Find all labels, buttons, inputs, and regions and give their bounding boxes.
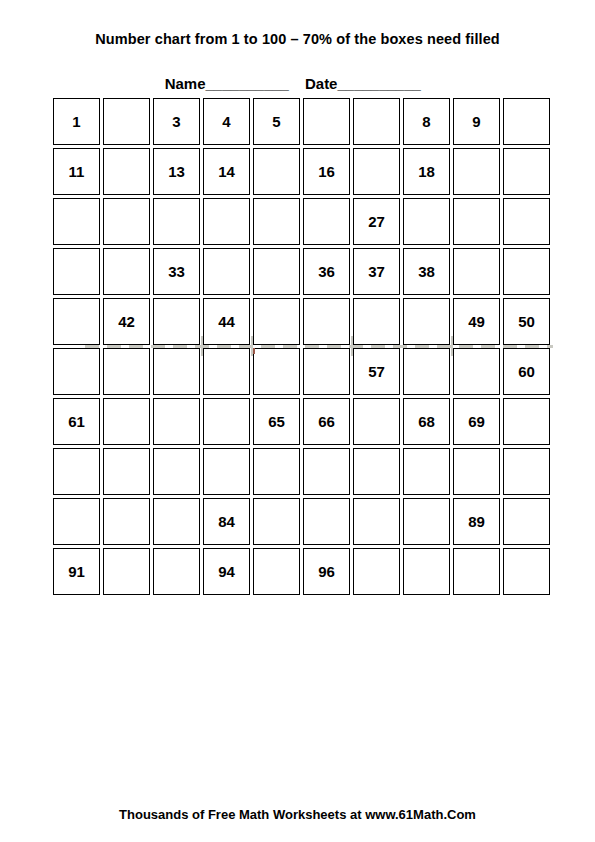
grid-cell-r5c2: 42 — [103, 298, 150, 345]
worksheet-title: Number chart from 1 to 100 – 70% of the … — [0, 31, 595, 47]
name-field[interactable]: Name__________ — [165, 75, 289, 92]
grid-cell-r6c6[interactable] — [303, 348, 350, 395]
grid-cell-r5c9: 49 — [453, 298, 500, 345]
grid-cell-r6c9[interactable] — [453, 348, 500, 395]
grid-cell-r8c6[interactable] — [303, 448, 350, 495]
grid-cell-r7c2[interactable] — [103, 398, 150, 445]
grid-cell-r9c7[interactable] — [353, 498, 400, 545]
number-grid: 1345891113141618273336373842444950576061… — [53, 98, 550, 595]
grid-cell-r2c7[interactable] — [353, 148, 400, 195]
grid-cell-r7c4[interactable] — [203, 398, 250, 445]
grid-cell-r9c3[interactable] — [153, 498, 200, 545]
grid-cell-r10c7[interactable] — [353, 548, 400, 595]
grid-cell-r3c3[interactable] — [153, 198, 200, 245]
grid-cell-r5c4: 44 — [203, 298, 250, 345]
grid-cell-r9c1[interactable] — [53, 498, 100, 545]
grid-cell-r8c9[interactable] — [453, 448, 500, 495]
grid-cell-r8c2[interactable] — [103, 448, 150, 495]
grid-cell-r5c6[interactable] — [303, 298, 350, 345]
grid-cell-r9c9: 89 — [453, 498, 500, 545]
grid-cell-r1c4: 4 — [203, 98, 250, 145]
grid-cell-r4c7: 37 — [353, 248, 400, 295]
grid-cell-r7c7[interactable] — [353, 398, 400, 445]
grid-cell-r4c8: 38 — [403, 248, 450, 295]
grid-cell-r4c9[interactable] — [453, 248, 500, 295]
grid-cell-r6c8[interactable] — [403, 348, 450, 395]
grid-cell-r8c1[interactable] — [53, 448, 100, 495]
grid-cell-r1c9: 9 — [453, 98, 500, 145]
grid-cell-r10c4: 94 — [203, 548, 250, 595]
grid-cell-r1c3: 3 — [153, 98, 200, 145]
grid-cell-r4c1[interactable] — [53, 248, 100, 295]
grid-cell-r10c5[interactable] — [253, 548, 300, 595]
grid-cell-r7c3[interactable] — [153, 398, 200, 445]
grid-cell-r5c3[interactable] — [153, 298, 200, 345]
grid-cell-r8c3[interactable] — [153, 448, 200, 495]
grid-cell-r4c2[interactable] — [103, 248, 150, 295]
grid-cell-r4c10[interactable] — [503, 248, 550, 295]
grid-cell-r10c3[interactable] — [153, 548, 200, 595]
grid-cell-r1c10[interactable] — [503, 98, 550, 145]
grid-cell-r7c9: 69 — [453, 398, 500, 445]
grid-cell-r10c10[interactable] — [503, 548, 550, 595]
grid-cell-r6c7: 57 — [353, 348, 400, 395]
date-field[interactable]: Date__________ — [305, 75, 421, 92]
grid-cell-r9c5[interactable] — [253, 498, 300, 545]
grid-cell-r1c1: 1 — [53, 98, 100, 145]
grid-cell-r7c5: 65 — [253, 398, 300, 445]
grid-cell-r6c1[interactable] — [53, 348, 100, 395]
grid-cell-r5c10: 50 — [503, 298, 550, 345]
grid-cell-r7c6: 66 — [303, 398, 350, 445]
grid-cell-r4c4[interactable] — [203, 248, 250, 295]
grid-cell-r2c2[interactable] — [103, 148, 150, 195]
grid-cell-r3c8[interactable] — [403, 198, 450, 245]
grid-cell-r1c7[interactable] — [353, 98, 400, 145]
grid-cell-r7c8: 68 — [403, 398, 450, 445]
grid-cell-r4c6: 36 — [303, 248, 350, 295]
grid-cell-r5c5[interactable] — [253, 298, 300, 345]
grid-cell-r9c4: 84 — [203, 498, 250, 545]
grid-cell-r2c4: 14 — [203, 148, 250, 195]
grid-cell-r5c1[interactable] — [53, 298, 100, 345]
grid-cell-r10c6: 96 — [303, 548, 350, 595]
grid-cell-r5c7[interactable] — [353, 298, 400, 345]
grid-cell-r3c6[interactable] — [303, 198, 350, 245]
grid-cell-r6c5[interactable] — [253, 348, 300, 395]
grid-cell-r2c3: 13 — [153, 148, 200, 195]
grid-cell-r6c10: 60 — [503, 348, 550, 395]
grid-cell-r3c9[interactable] — [453, 198, 500, 245]
grid-cell-r7c1: 61 — [53, 398, 100, 445]
grid-cell-r3c2[interactable] — [103, 198, 150, 245]
grid-cell-r2c9[interactable] — [453, 148, 500, 195]
grid-cell-r2c8: 18 — [403, 148, 450, 195]
grid-cell-r7c10[interactable] — [503, 398, 550, 445]
grid-cell-r8c5[interactable] — [253, 448, 300, 495]
grid-cell-r1c5: 5 — [253, 98, 300, 145]
grid-cell-r6c4[interactable] — [203, 348, 250, 395]
grid-cell-r9c10[interactable] — [503, 498, 550, 545]
worksheet-page: Number chart from 1 to 100 – 70% of the … — [0, 0, 595, 842]
footer-text: Thousands of Free Math Worksheets at www… — [0, 807, 595, 822]
grid-cell-r2c6: 16 — [303, 148, 350, 195]
grid-cell-r9c2[interactable] — [103, 498, 150, 545]
grid-cell-r5c8[interactable] — [403, 298, 450, 345]
grid-cell-r9c6[interactable] — [303, 498, 350, 545]
grid-cell-r10c8[interactable] — [403, 548, 450, 595]
grid-cell-r6c3[interactable] — [153, 348, 200, 395]
grid-cell-r2c5[interactable] — [253, 148, 300, 195]
grid-cell-r6c2[interactable] — [103, 348, 150, 395]
grid-cell-r2c10[interactable] — [503, 148, 550, 195]
grid-cell-r9c8[interactable] — [403, 498, 450, 545]
grid-cell-r3c10[interactable] — [503, 198, 550, 245]
grid-cell-r10c2[interactable] — [103, 548, 150, 595]
grid-cell-r3c1[interactable] — [53, 198, 100, 245]
grid-cell-r2c1: 11 — [53, 148, 100, 195]
grid-cell-r8c10[interactable] — [503, 448, 550, 495]
grid-cell-r8c4[interactable] — [203, 448, 250, 495]
grid-cell-r4c3: 33 — [153, 248, 200, 295]
grid-cell-r10c1: 91 — [53, 548, 100, 595]
grid-cell-r10c9[interactable] — [453, 548, 500, 595]
grid-cell-r3c4[interactable] — [203, 198, 250, 245]
grid-cell-r3c7: 27 — [353, 198, 400, 245]
grid-cell-r1c6[interactable] — [303, 98, 350, 145]
grid-cell-r1c8: 8 — [403, 98, 450, 145]
grid-cell-r4c5[interactable] — [253, 248, 300, 295]
grid-cell-r8c7[interactable] — [353, 448, 400, 495]
grid-cell-r1c2[interactable] — [103, 98, 150, 145]
grid-cell-r8c8[interactable] — [403, 448, 450, 495]
grid-cell-r3c5[interactable] — [253, 198, 300, 245]
